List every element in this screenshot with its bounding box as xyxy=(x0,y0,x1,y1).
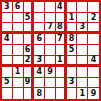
cell-r6c3[interactable]: 2 xyxy=(24,56,35,67)
cell-r7c7[interactable] xyxy=(67,67,78,78)
cell-r6c6[interactable]: 1 xyxy=(56,56,67,67)
cell-r7c4[interactable]: 4 xyxy=(34,67,45,78)
cell-r2c4[interactable] xyxy=(34,13,45,24)
cell-r6c2[interactable] xyxy=(13,56,24,67)
cell-r2c3[interactable]: 5 xyxy=(24,13,35,24)
cell-r5c2[interactable] xyxy=(13,45,24,56)
cell-r1c9[interactable] xyxy=(88,2,99,13)
cell-r2c2[interactable] xyxy=(13,13,24,24)
cell-r9c4[interactable]: 8 xyxy=(34,88,45,99)
cell-r6c8[interactable] xyxy=(77,56,88,67)
cell-r7c5[interactable]: 9 xyxy=(45,67,56,78)
cell-r4c3[interactable] xyxy=(24,34,35,45)
cell-r3c1[interactable] xyxy=(2,23,13,34)
cell-r7c6[interactable] xyxy=(56,67,67,78)
cell-r1c6[interactable]: 4 xyxy=(56,2,67,13)
cell-r4c4[interactable]: 6 xyxy=(34,34,45,45)
cell-r7c1[interactable] xyxy=(2,67,13,78)
cell-r8c3[interactable]: 9 xyxy=(24,78,35,89)
cell-r5c8[interactable] xyxy=(77,45,88,56)
cell-r8c8[interactable] xyxy=(77,78,88,89)
cell-r4c5[interactable] xyxy=(45,34,56,45)
cell-r5c7[interactable]: 5 xyxy=(67,45,78,56)
cell-r9c3[interactable] xyxy=(24,88,35,99)
cell-r8c9[interactable] xyxy=(88,78,99,89)
cell-r8c6[interactable] xyxy=(56,78,67,89)
cell-r9c5[interactable] xyxy=(45,88,56,99)
cell-r2c9[interactable]: 2 xyxy=(88,13,99,24)
cell-r3c7[interactable] xyxy=(67,23,78,34)
cell-r9c1[interactable] xyxy=(2,88,13,99)
cell-r6c4[interactable]: 3 xyxy=(34,56,45,67)
cell-r6c5[interactable] xyxy=(45,56,56,67)
cell-r4c8[interactable] xyxy=(77,34,88,45)
cell-r1c3[interactable] xyxy=(24,2,35,13)
cell-r2c7[interactable]: 1 xyxy=(67,13,78,24)
cell-r9c9[interactable]: 9 xyxy=(88,88,99,99)
cell-r1c4[interactable] xyxy=(34,2,45,13)
cell-r4c2[interactable] xyxy=(13,34,24,45)
cell-r4c1[interactable]: 4 xyxy=(2,34,13,45)
cell-r6c7[interactable] xyxy=(67,56,78,67)
cell-r4c6[interactable]: 7 xyxy=(56,34,67,45)
cell-r9c8[interactable]: 1 xyxy=(77,88,88,99)
cell-r9c7[interactable] xyxy=(67,88,78,99)
cell-r1c7[interactable] xyxy=(67,2,78,13)
cell-r1c8[interactable] xyxy=(77,2,88,13)
cell-r5c5[interactable] xyxy=(45,45,56,56)
cell-r8c4[interactable] xyxy=(34,78,45,89)
cell-r3c5[interactable]: 7 xyxy=(45,23,56,34)
cell-r6c9[interactable]: 4 xyxy=(88,56,99,67)
cell-r2c1[interactable] xyxy=(2,13,13,24)
cell-r1c1[interactable]: 3 xyxy=(2,2,13,13)
cell-r1c2[interactable]: 6 xyxy=(13,2,24,13)
cell-r3c6[interactable]: 8 xyxy=(56,23,67,34)
cell-r1c5[interactable] xyxy=(45,2,56,13)
cell-r3c3[interactable] xyxy=(24,23,35,34)
cell-r8c7[interactable]: 3 xyxy=(67,78,78,89)
sudoku-board: 3645127834678652314149593819 xyxy=(0,0,101,101)
cell-r3c2[interactable] xyxy=(13,23,24,34)
cell-r7c2[interactable]: 1 xyxy=(13,67,24,78)
cell-r8c2[interactable] xyxy=(13,78,24,89)
cell-r3c9[interactable] xyxy=(88,23,99,34)
cell-r7c3[interactable] xyxy=(24,67,35,78)
cell-r9c6[interactable] xyxy=(56,88,67,99)
cell-r6c1[interactable] xyxy=(2,56,13,67)
cell-r8c5[interactable] xyxy=(45,78,56,89)
cell-r5c1[interactable] xyxy=(2,45,13,56)
cell-r9c2[interactable] xyxy=(13,88,24,99)
cell-r4c7[interactable]: 8 xyxy=(67,34,78,45)
cell-r8c1[interactable]: 5 xyxy=(2,78,13,89)
cell-r4c9[interactable] xyxy=(88,34,99,45)
cell-r3c8[interactable]: 3 xyxy=(77,23,88,34)
cell-r7c9[interactable] xyxy=(88,67,99,78)
cell-r7c8[interactable] xyxy=(77,67,88,78)
cell-r3c4[interactable] xyxy=(34,23,45,34)
